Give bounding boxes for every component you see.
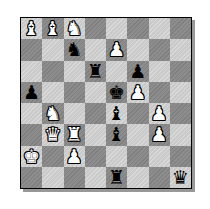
square-f7[interactable]	[127, 39, 148, 60]
square-g5[interactable]	[149, 82, 170, 103]
chess-board[interactable]: ♝♝♞♞♟♜♟♟♚♟♞♝♟♛♜♝♟♚♟♜♛	[20, 17, 192, 189]
white-king[interactable]: ♚	[23, 147, 40, 166]
square-e2[interactable]	[106, 146, 127, 167]
square-c4[interactable]	[64, 103, 85, 124]
square-e5[interactable]: ♚	[106, 82, 127, 103]
square-d4[interactable]	[85, 103, 106, 124]
square-d7[interactable]	[85, 39, 106, 60]
square-a4[interactable]	[21, 103, 42, 124]
square-f6[interactable]: ♟	[127, 61, 148, 82]
square-h2[interactable]	[170, 146, 191, 167]
black-pawn[interactable]: ♟	[23, 83, 40, 102]
white-pawn[interactable]: ♟	[129, 83, 146, 102]
white-pawn[interactable]: ♟	[151, 125, 168, 144]
square-h3[interactable]	[170, 124, 191, 145]
square-g3[interactable]: ♟	[149, 124, 170, 145]
square-c6[interactable]	[64, 61, 85, 82]
square-f5[interactable]: ♟	[127, 82, 148, 103]
square-c5[interactable]	[64, 82, 85, 103]
square-e6[interactable]	[106, 61, 127, 82]
square-a6[interactable]	[21, 61, 42, 82]
white-pawn[interactable]: ♟	[108, 40, 125, 59]
square-c2[interactable]: ♟	[64, 146, 85, 167]
square-b2[interactable]	[42, 146, 63, 167]
square-h8[interactable]	[170, 18, 191, 39]
square-b3[interactable]: ♛	[42, 124, 63, 145]
square-g6[interactable]	[149, 61, 170, 82]
square-g4[interactable]: ♟	[149, 103, 170, 124]
square-d3[interactable]	[85, 124, 106, 145]
white-rook[interactable]: ♜	[66, 125, 83, 144]
square-c1[interactable]	[64, 167, 85, 188]
black-bishop[interactable]: ♝	[108, 104, 125, 123]
white-bishop[interactable]: ♝	[44, 19, 61, 38]
square-b6[interactable]	[42, 61, 63, 82]
square-d6[interactable]: ♜	[85, 61, 106, 82]
square-h4[interactable]	[170, 103, 191, 124]
black-knight[interactable]: ♞	[66, 40, 83, 59]
square-h6[interactable]	[170, 61, 191, 82]
square-g1[interactable]	[149, 167, 170, 188]
white-knight[interactable]: ♞	[44, 104, 61, 123]
black-pawn[interactable]: ♟	[129, 62, 146, 81]
square-a7[interactable]	[21, 39, 42, 60]
square-h1[interactable]: ♛	[170, 167, 191, 188]
white-pawn[interactable]: ♟	[66, 147, 83, 166]
square-b5[interactable]	[42, 82, 63, 103]
square-c3[interactable]: ♜	[64, 124, 85, 145]
white-bishop[interactable]: ♝	[23, 19, 40, 38]
square-b4[interactable]: ♞	[42, 103, 63, 124]
square-a3[interactable]	[21, 124, 42, 145]
square-e7[interactable]: ♟	[106, 39, 127, 60]
square-g8[interactable]	[149, 18, 170, 39]
square-d1[interactable]	[85, 167, 106, 188]
square-f2[interactable]	[127, 146, 148, 167]
square-a1[interactable]	[21, 167, 42, 188]
square-b8[interactable]: ♝	[42, 18, 63, 39]
black-king[interactable]: ♚	[108, 83, 125, 102]
square-b1[interactable]	[42, 167, 63, 188]
square-a2[interactable]: ♚	[21, 146, 42, 167]
black-rook[interactable]: ♜	[108, 168, 125, 187]
square-h5[interactable]	[170, 82, 191, 103]
square-e3[interactable]: ♝	[106, 124, 127, 145]
square-e4[interactable]: ♝	[106, 103, 127, 124]
chess-board-frame: ♝♝♞♞♟♜♟♟♚♟♞♝♟♛♜♝♟♚♟♜♛	[20, 17, 192, 189]
square-h7[interactable]	[170, 39, 191, 60]
black-bishop[interactable]: ♝	[108, 125, 125, 144]
square-e1[interactable]: ♜	[106, 167, 127, 188]
square-f4[interactable]	[127, 103, 148, 124]
square-g7[interactable]	[149, 39, 170, 60]
square-c8[interactable]: ♞	[64, 18, 85, 39]
square-b7[interactable]	[42, 39, 63, 60]
square-a8[interactable]: ♝	[21, 18, 42, 39]
white-queen[interactable]: ♛	[44, 125, 61, 144]
square-g2[interactable]	[149, 146, 170, 167]
black-rook[interactable]: ♜	[87, 62, 104, 81]
square-e8[interactable]	[106, 18, 127, 39]
white-pawn[interactable]: ♟	[151, 104, 168, 123]
square-d8[interactable]	[85, 18, 106, 39]
square-f8[interactable]	[127, 18, 148, 39]
square-f1[interactable]	[127, 167, 148, 188]
black-queen[interactable]: ♛	[172, 168, 189, 187]
square-f3[interactable]	[127, 124, 148, 145]
square-c7[interactable]: ♞	[64, 39, 85, 60]
square-d5[interactable]	[85, 82, 106, 103]
square-a5[interactable]: ♟	[21, 82, 42, 103]
white-knight[interactable]: ♞	[66, 19, 83, 38]
square-d2[interactable]	[85, 146, 106, 167]
